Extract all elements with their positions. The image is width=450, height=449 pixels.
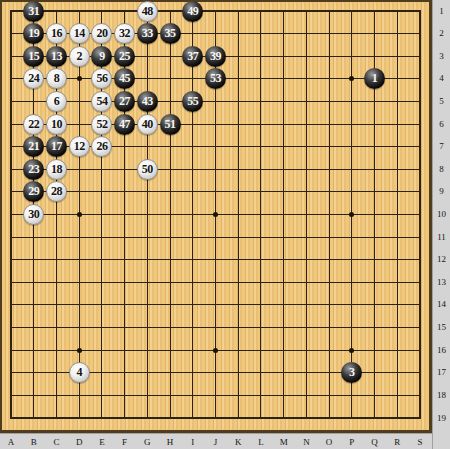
stone-black-13-C3: 13	[46, 46, 67, 67]
row-label-4: 4	[433, 73, 450, 84]
column-label-D: D	[70, 436, 88, 448]
row-label-19: 19	[433, 413, 450, 424]
stone-black-15-B3: 15	[23, 46, 44, 67]
column-label-I: I	[184, 436, 202, 448]
row-label-14: 14	[433, 299, 450, 310]
column-label-S: S	[411, 436, 429, 448]
stone-white-24-B4: 24	[23, 68, 44, 89]
stone-black-49-I1: 49	[182, 1, 203, 22]
row-label-18: 18	[433, 390, 450, 401]
column-label-Q: Q	[366, 436, 384, 448]
row-coordinate-strip: 12345678910111213141516171819	[432, 0, 450, 449]
stone-black-27-F5: 27	[114, 91, 135, 112]
column-label-J: J	[207, 436, 225, 448]
stone-black-17-C7: 17	[46, 136, 67, 157]
stone-white-20-E2: 20	[91, 23, 112, 44]
stone-black-29-B9: 29	[23, 181, 44, 202]
stone-white-8-C4: 8	[46, 68, 67, 89]
go-diagram: 1234689101213141516171819202122232425262…	[0, 0, 450, 449]
stone-white-18-C8: 18	[46, 159, 67, 180]
row-label-6: 6	[433, 119, 450, 130]
stone-black-33-G2: 33	[137, 23, 158, 44]
row-label-7: 7	[433, 141, 450, 152]
stones-layer: 1234689101213141516171819202122232425262…	[0, 0, 432, 433]
stone-black-31-B1: 31	[23, 1, 44, 22]
stone-black-43-G5: 43	[137, 91, 158, 112]
stone-white-2-D3: 2	[69, 46, 90, 67]
row-label-11: 11	[433, 232, 450, 243]
column-label-F: F	[116, 436, 134, 448]
stone-white-32-F2: 32	[114, 23, 135, 44]
stone-black-45-F4: 45	[114, 68, 135, 89]
stone-black-21-B7: 21	[23, 136, 44, 157]
column-label-K: K	[229, 436, 247, 448]
column-label-L: L	[252, 436, 270, 448]
stone-white-16-C2: 16	[46, 23, 67, 44]
row-label-10: 10	[433, 209, 450, 220]
column-coordinate-strip: ABCDEFGHIJKLMNOPQRS	[0, 433, 432, 449]
column-label-P: P	[343, 436, 361, 448]
row-label-17: 17	[433, 367, 450, 378]
stone-white-22-B6: 22	[23, 114, 44, 135]
stone-white-56-E4: 56	[91, 68, 112, 89]
stone-black-55-I5: 55	[182, 91, 203, 112]
stone-black-9-E3: 9	[91, 46, 112, 67]
row-label-9: 9	[433, 186, 450, 197]
column-label-N: N	[297, 436, 315, 448]
column-label-R: R	[388, 436, 406, 448]
stone-white-54-E5: 54	[91, 91, 112, 112]
stone-white-28-C9: 28	[46, 181, 67, 202]
column-label-A: A	[2, 436, 20, 448]
column-label-B: B	[25, 436, 43, 448]
stone-black-35-H2: 35	[160, 23, 181, 44]
row-label-2: 2	[433, 28, 450, 39]
stone-white-48-G1: 48	[137, 1, 158, 22]
stone-white-14-D2: 14	[69, 23, 90, 44]
stone-black-47-F6: 47	[114, 114, 135, 135]
row-label-13: 13	[433, 277, 450, 288]
stone-black-39-J3: 39	[205, 46, 226, 67]
stone-white-6-C5: 6	[46, 91, 67, 112]
stone-black-53-J4: 53	[205, 68, 226, 89]
column-label-M: M	[275, 436, 293, 448]
stone-black-19-B2: 19	[23, 23, 44, 44]
row-label-16: 16	[433, 345, 450, 356]
row-label-15: 15	[433, 322, 450, 333]
row-label-12: 12	[433, 254, 450, 265]
row-label-5: 5	[433, 96, 450, 107]
column-label-G: G	[138, 436, 156, 448]
stone-black-25-F3: 25	[114, 46, 135, 67]
row-label-1: 1	[433, 6, 450, 17]
stone-white-12-D7: 12	[69, 136, 90, 157]
stone-white-30-B10: 30	[23, 204, 44, 225]
stone-white-26-E7: 26	[91, 136, 112, 157]
row-label-8: 8	[433, 164, 450, 175]
column-label-E: E	[93, 436, 111, 448]
column-label-H: H	[161, 436, 179, 448]
stone-white-52-E6: 52	[91, 114, 112, 135]
column-label-C: C	[47, 436, 65, 448]
stone-black-23-B8: 23	[23, 159, 44, 180]
stone-black-51-H6: 51	[160, 114, 181, 135]
stone-black-3-P17: 3	[341, 362, 362, 383]
stone-white-4-D17: 4	[69, 362, 90, 383]
stone-black-1-Q4: 1	[364, 68, 385, 89]
stone-white-40-G6: 40	[137, 114, 158, 135]
row-label-3: 3	[433, 51, 450, 62]
column-label-O: O	[320, 436, 338, 448]
stone-white-10-C6: 10	[46, 114, 67, 135]
stone-black-37-I3: 37	[182, 46, 203, 67]
stone-white-50-G8: 50	[137, 159, 158, 180]
